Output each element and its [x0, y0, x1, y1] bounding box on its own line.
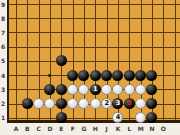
- coord-label-row-4: 4: [0, 72, 6, 79]
- coord-label-row-5: 5: [0, 57, 6, 64]
- coord-label-col-O: O: [159, 125, 168, 132]
- coord-label-col-A: A: [12, 125, 21, 132]
- stone-black-F4[interactable]: [67, 70, 78, 81]
- go-board[interactable]: 13524 ABCDEFGHJKLMNO987654321: [0, 0, 180, 135]
- coord-label-row-6: 6: [0, 43, 6, 50]
- coord-label-row-8: 8: [0, 15, 6, 22]
- grid-line-horizontal: [9, 18, 180, 19]
- stone-black-J4[interactable]: [101, 70, 112, 81]
- grid-line-horizontal: [9, 47, 180, 48]
- stone-black-E2[interactable]: [56, 98, 67, 109]
- stone-black-E1[interactable]: [56, 112, 67, 123]
- coord-label-col-C: C: [34, 125, 43, 132]
- coord-label-col-H: H: [91, 125, 100, 132]
- stone-black-M4[interactable]: [135, 70, 146, 81]
- coord-label-col-F: F: [68, 125, 77, 132]
- grid-line-horizontal: [9, 32, 180, 33]
- coord-label-row-9: 9: [0, 1, 6, 8]
- coord-label-col-B: B: [23, 125, 32, 132]
- stone-black-L2[interactable]: 5: [124, 98, 135, 109]
- stone-black-L4[interactable]: [124, 70, 135, 81]
- coord-label-col-L: L: [125, 125, 134, 132]
- grid-line-horizontal: [9, 61, 180, 62]
- coord-label-col-G: G: [80, 125, 89, 132]
- stone-white-F3[interactable]: [67, 84, 78, 95]
- stone-black-B2[interactable]: [22, 98, 33, 109]
- stone-black-E3[interactable]: [56, 84, 67, 95]
- coord-label-col-E: E: [57, 125, 66, 132]
- coord-label-col-N: N: [148, 125, 157, 132]
- coord-label-row-7: 7: [0, 29, 6, 36]
- coord-label-row-2: 2: [0, 100, 6, 107]
- coord-label-col-D: D: [46, 125, 55, 132]
- stone-white-J3[interactable]: [101, 84, 112, 95]
- stone-white-L3[interactable]: [124, 84, 135, 95]
- coord-label-col-K: K: [114, 125, 123, 132]
- coord-label-col-J: J: [102, 125, 111, 132]
- coord-label-row-1: 1: [0, 114, 6, 121]
- stone-black-H3[interactable]: 1: [90, 84, 101, 95]
- coord-label-row-3: 3: [0, 86, 6, 93]
- stone-white-H2[interactable]: [90, 98, 101, 109]
- grid-line-horizontal: [9, 4, 180, 5]
- stone-black-H4[interactable]: [90, 70, 101, 81]
- coord-label-col-M: M: [136, 125, 145, 132]
- stone-white-M3[interactable]: [135, 84, 146, 95]
